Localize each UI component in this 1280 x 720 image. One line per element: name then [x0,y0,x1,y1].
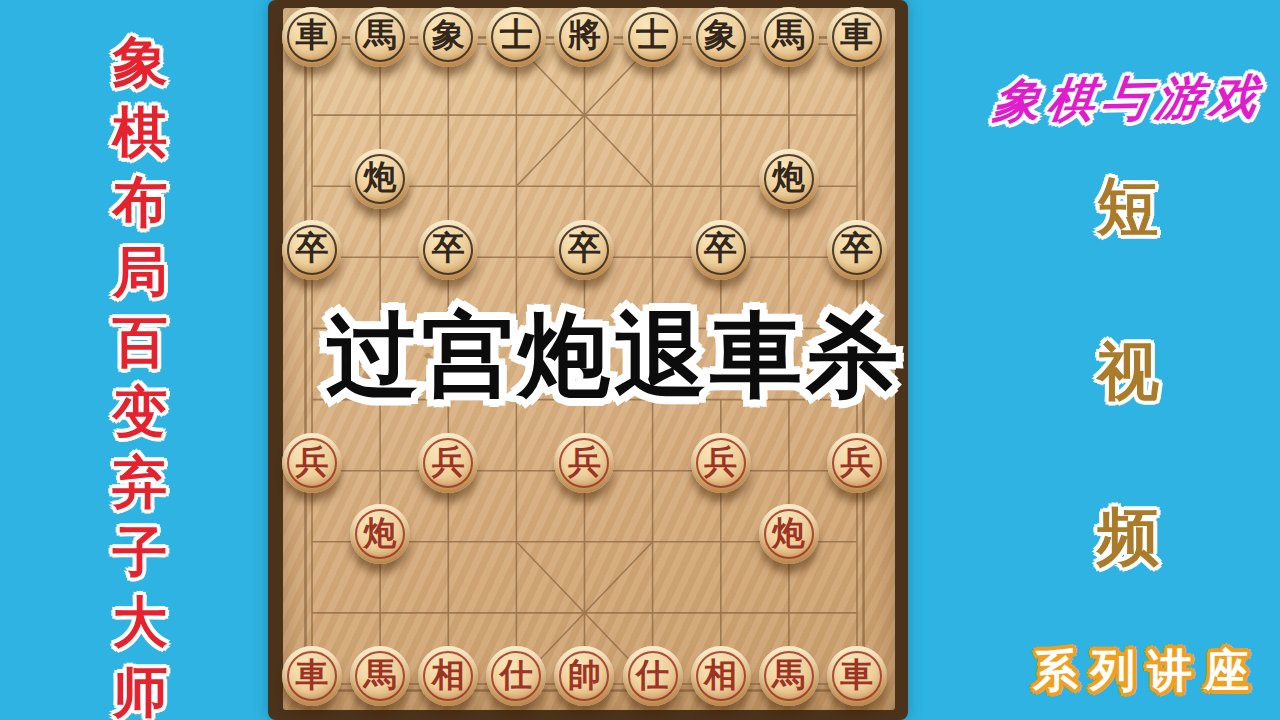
board-point: 車 [278,649,346,720]
series-caption: 系列讲座 [1012,641,1280,701]
piece-black-soldier[interactable]: 卒 [827,220,887,280]
board-point: 卒 [550,222,618,293]
piece-black-chariot[interactable]: 車 [282,7,342,67]
piece-glyph: 馬 [364,659,397,692]
piece-black-elephant[interactable]: 象 [691,7,751,67]
board-point: 炮 [346,151,414,222]
piece-glyph: 相 [704,659,737,692]
caption-char: 短 [1090,172,1166,242]
caption-char: 大 [104,587,176,657]
board-point: 兵 [550,436,618,507]
board-point: 相 [414,649,482,720]
piece-red-soldier[interactable]: 兵 [282,433,342,493]
piece-glyph: 卒 [296,232,329,265]
piece-black-horse[interactable]: 馬 [350,7,410,67]
board-point: 兵 [823,436,891,507]
piece-black-cannon[interactable]: 炮 [350,149,410,209]
piece-black-elephant[interactable]: 象 [418,7,478,67]
piece-black-advisor[interactable]: 士 [623,7,683,67]
caption-char: 频 [1090,502,1166,572]
board-point: 兵 [414,436,482,507]
piece-glyph: 兵 [704,446,737,479]
piece-glyph: 車 [840,19,873,52]
piece-glyph: 車 [296,19,329,52]
piece-glyph: 卒 [432,232,465,265]
board-point: 炮 [755,507,823,578]
piece-glyph: 仕 [500,659,533,692]
caption-char: 变 [104,377,176,447]
title-text: 过宫炮退車杀 [326,302,902,409]
board-point: 車 [823,9,891,80]
caption-char: 子 [104,517,176,587]
piece-glyph: 卒 [704,232,737,265]
piece-glyph: 士 [500,19,533,52]
piece-glyph: 象 [704,19,737,52]
piece-glyph: 馬 [364,19,397,52]
board-point: 相 [687,649,755,720]
piece-black-horse[interactable]: 馬 [759,7,819,67]
board-point: 士 [482,9,550,80]
piece-glyph: 士 [636,19,669,52]
piece-black-soldier[interactable]: 卒 [691,220,751,280]
piece-red-chariot[interactable]: 車 [282,646,342,706]
board-point: 帥 [550,649,618,720]
board-point: 馬 [346,649,414,720]
board-point: 卒 [687,222,755,293]
piece-glyph: 卒 [840,232,873,265]
piece-red-chariot[interactable]: 車 [827,646,887,706]
piece-glyph: 兵 [840,446,873,479]
board-point: 兵 [278,436,346,507]
board-point: 馬 [755,649,823,720]
board-point: 車 [278,9,346,80]
piece-red-soldier[interactable]: 兵 [827,433,887,493]
caption-char: 百 [104,307,176,377]
board-point: 仕 [482,649,550,720]
left-caption-vertical: 象棋布局百变弃子大师 [104,27,176,720]
piece-red-cannon[interactable]: 炮 [350,504,410,564]
piece-black-advisor[interactable]: 士 [486,7,546,67]
piece-red-soldier[interactable]: 兵 [554,433,614,493]
piece-glyph: 炮 [364,161,397,194]
piece-glyph: 兵 [296,446,329,479]
piece-black-soldier[interactable]: 卒 [282,220,342,280]
piece-red-elephant[interactable]: 相 [418,646,478,706]
piece-glyph: 馬 [772,659,805,692]
piece-glyph: 將 [568,19,601,52]
piece-glyph: 炮 [364,517,397,550]
board-point: 馬 [755,9,823,80]
board-point: 炮 [755,151,823,222]
board-point: 象 [687,9,755,80]
piece-glyph: 卒 [568,232,601,265]
piece-red-general[interactable]: 帥 [554,646,614,706]
board-point: 車 [823,649,891,720]
piece-black-cannon[interactable]: 炮 [759,149,819,209]
caption-char: 师 [104,657,176,720]
piece-red-elephant[interactable]: 相 [691,646,751,706]
piece-red-soldier[interactable]: 兵 [691,433,751,493]
piece-glyph: 炮 [772,161,805,194]
board-point: 卒 [278,222,346,293]
caption-char: 棋 [104,97,176,167]
piece-glyph: 帥 [568,659,601,692]
caption-char: 象 [104,27,176,97]
piece-glyph: 車 [840,659,873,692]
board-point: 卒 [823,222,891,293]
piece-red-soldier[interactable]: 兵 [418,433,478,493]
caption-char: 局 [104,237,176,307]
channel-name: 象棋与游戏 [979,65,1279,133]
board-point: 士 [618,9,686,80]
piece-glyph: 兵 [568,446,601,479]
piece-red-advisor[interactable]: 仕 [486,646,546,706]
piece-glyph: 車 [296,659,329,692]
piece-red-cannon[interactable]: 炮 [759,504,819,564]
caption-char: 布 [104,167,176,237]
piece-glyph: 相 [432,659,465,692]
caption-char: 视 [1090,337,1166,407]
piece-red-advisor[interactable]: 仕 [623,646,683,706]
piece-glyph: 馬 [772,19,805,52]
board-point: 仕 [618,649,686,720]
piece-glyph: 象 [432,19,465,52]
board-point: 將 [550,9,618,80]
piece-black-general[interactable]: 將 [554,7,614,67]
piece-glyph: 兵 [432,446,465,479]
video-title-overlay: 过宫炮退車杀 过宫炮退車杀 [326,310,902,402]
piece-red-horse[interactable]: 馬 [350,646,410,706]
piece-glyph: 炮 [772,517,805,550]
board-point: 卒 [414,222,482,293]
piece-glyph: 仕 [636,659,669,692]
board-point: 炮 [346,507,414,578]
piece-black-soldier[interactable]: 卒 [418,220,478,280]
board-point: 兵 [687,436,755,507]
piece-black-chariot[interactable]: 車 [827,7,887,67]
caption-char: 弃 [104,447,176,517]
board-point: 象 [414,9,482,80]
piece-red-horse[interactable]: 馬 [759,646,819,706]
right-caption-vertical: 短视频 [1090,172,1166,667]
board-point: 馬 [346,9,414,80]
piece-black-soldier[interactable]: 卒 [554,220,614,280]
